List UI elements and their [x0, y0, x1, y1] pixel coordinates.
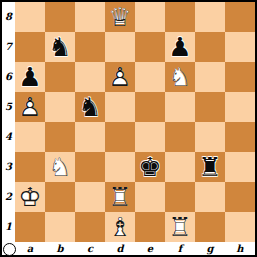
white-piece-outline-glyph: ♘ — [165, 62, 195, 92]
white-piece-outline-glyph: ♙ — [15, 92, 45, 122]
file-label-d: d — [105, 242, 135, 255]
piece-black-pawn-f7[interactable]: ♟ — [165, 32, 195, 62]
square-a8[interactable] — [15, 2, 45, 32]
square-e1[interactable] — [135, 212, 165, 242]
white-piece-outline-glyph: ♙ — [105, 62, 135, 92]
piece-black-king-e3[interactable]: ♚ — [135, 152, 165, 182]
square-c1[interactable] — [75, 212, 105, 242]
square-f1[interactable]: ♜♖ — [165, 212, 195, 242]
piece-white-king-a2[interactable]: ♚♔ — [15, 182, 45, 212]
square-f5[interactable] — [165, 92, 195, 122]
square-d6[interactable]: ♟♙ — [105, 62, 135, 92]
square-d4[interactable] — [105, 122, 135, 152]
square-f4[interactable] — [165, 122, 195, 152]
square-g6[interactable] — [195, 62, 225, 92]
square-e5[interactable] — [135, 92, 165, 122]
black-piece-glyph: ♟ — [15, 62, 45, 92]
square-d1[interactable]: ♝♗ — [105, 212, 135, 242]
square-a2[interactable]: ♚♔ — [15, 182, 45, 212]
piece-white-knight-f6[interactable]: ♞♘ — [165, 62, 195, 92]
piece-white-pawn-a5[interactable]: ♟♙ — [15, 92, 45, 122]
square-d3[interactable] — [105, 152, 135, 182]
piece-white-queen-d8[interactable]: ♛♕ — [105, 2, 135, 32]
square-f3[interactable] — [165, 152, 195, 182]
square-h4[interactable] — [225, 122, 255, 152]
square-b6[interactable] — [45, 62, 75, 92]
piece-white-bishop-d1[interactable]: ♝♗ — [105, 212, 135, 242]
file-label-b: b — [45, 242, 75, 255]
square-f8[interactable] — [165, 2, 195, 32]
square-d8[interactable]: ♛♕ — [105, 2, 135, 32]
chess-board[interactable]: ♛♕♞♟♟♟♙♞♘♟♙♞♞♘♚♜♚♔♜♖♝♗♜♖ — [15, 2, 255, 242]
square-b7[interactable]: ♞ — [45, 32, 75, 62]
rank-label-8: 8 — [2, 2, 15, 32]
square-a6[interactable]: ♟ — [15, 62, 45, 92]
square-a1[interactable] — [15, 212, 45, 242]
chess-diagram: 87654321 ♛♕♞♟♟♟♙♞♘♟♙♞♞♘♚♜♚♔♜♖♝♗♜♖ abcdef… — [0, 0, 257, 257]
square-e2[interactable] — [135, 182, 165, 212]
square-a5[interactable]: ♟♙ — [15, 92, 45, 122]
square-h8[interactable] — [225, 2, 255, 32]
square-b8[interactable] — [45, 2, 75, 32]
piece-black-knight-c5[interactable]: ♞ — [75, 92, 105, 122]
white-piece-outline-glyph: ♕ — [105, 2, 135, 32]
rank-label-5: 5 — [2, 92, 15, 122]
square-b2[interactable] — [45, 182, 75, 212]
piece-white-rook-f1[interactable]: ♜♖ — [165, 212, 195, 242]
square-b1[interactable] — [45, 212, 75, 242]
black-piece-glyph: ♜ — [195, 152, 225, 182]
piece-white-pawn-d6[interactable]: ♟♙ — [105, 62, 135, 92]
square-c8[interactable] — [75, 2, 105, 32]
white-piece-outline-glyph: ♖ — [165, 212, 195, 242]
square-h2[interactable] — [225, 182, 255, 212]
square-d2[interactable]: ♜♖ — [105, 182, 135, 212]
square-f7[interactable]: ♟ — [165, 32, 195, 62]
piece-white-rook-d2[interactable]: ♜♖ — [105, 182, 135, 212]
square-g5[interactable] — [195, 92, 225, 122]
square-c6[interactable] — [75, 62, 105, 92]
square-e7[interactable] — [135, 32, 165, 62]
rank-label-3: 3 — [2, 152, 15, 182]
square-c3[interactable] — [75, 152, 105, 182]
white-piece-outline-glyph: ♖ — [105, 182, 135, 212]
square-e4[interactable] — [135, 122, 165, 152]
square-g8[interactable] — [195, 2, 225, 32]
piece-black-knight-b7[interactable]: ♞ — [45, 32, 75, 62]
square-f2[interactable] — [165, 182, 195, 212]
square-h3[interactable] — [225, 152, 255, 182]
square-f6[interactable]: ♞♘ — [165, 62, 195, 92]
file-label-f: f — [165, 242, 195, 255]
side-to-move-corner — [2, 242, 15, 255]
rank-label-6: 6 — [2, 62, 15, 92]
rank-label-7: 7 — [2, 32, 15, 62]
file-labels: abcdefgh — [15, 242, 255, 255]
piece-black-pawn-a6[interactable]: ♟ — [15, 62, 45, 92]
square-c7[interactable] — [75, 32, 105, 62]
rank-label-4: 4 — [2, 122, 15, 152]
square-g2[interactable] — [195, 182, 225, 212]
file-label-h: h — [225, 242, 255, 255]
square-h5[interactable] — [225, 92, 255, 122]
square-c5[interactable]: ♞ — [75, 92, 105, 122]
square-h6[interactable] — [225, 62, 255, 92]
square-b3[interactable]: ♞♘ — [45, 152, 75, 182]
square-h7[interactable] — [225, 32, 255, 62]
square-g3[interactable]: ♜ — [195, 152, 225, 182]
white-to-move-indicator — [3, 243, 16, 256]
square-a7[interactable] — [15, 32, 45, 62]
black-piece-glyph: ♟ — [165, 32, 195, 62]
black-piece-glyph: ♚ — [135, 152, 165, 182]
file-label-a: a — [15, 242, 45, 255]
square-e8[interactable] — [135, 2, 165, 32]
rank-label-1: 1 — [2, 212, 15, 242]
square-c2[interactable] — [75, 182, 105, 212]
square-g4[interactable] — [195, 122, 225, 152]
square-c4[interactable] — [75, 122, 105, 152]
white-piece-outline-glyph: ♔ — [15, 182, 45, 212]
square-d5[interactable] — [105, 92, 135, 122]
black-piece-glyph: ♞ — [75, 92, 105, 122]
square-b4[interactable] — [45, 122, 75, 152]
square-e6[interactable] — [135, 62, 165, 92]
square-b5[interactable] — [45, 92, 75, 122]
rank-labels: 87654321 — [2, 2, 15, 242]
square-g7[interactable] — [195, 32, 225, 62]
piece-white-knight-b3[interactable]: ♞♘ — [45, 152, 75, 182]
square-g1[interactable] — [195, 212, 225, 242]
square-e3[interactable]: ♚ — [135, 152, 165, 182]
square-a3[interactable] — [15, 152, 45, 182]
black-piece-glyph: ♞ — [45, 32, 75, 62]
white-piece-outline-glyph: ♘ — [45, 152, 75, 182]
piece-black-rook-g3[interactable]: ♜ — [195, 152, 225, 182]
file-label-e: e — [135, 242, 165, 255]
square-a4[interactable] — [15, 122, 45, 152]
square-d7[interactable] — [105, 32, 135, 62]
file-label-c: c — [75, 242, 105, 255]
rank-label-2: 2 — [2, 182, 15, 212]
file-label-g: g — [195, 242, 225, 255]
white-piece-outline-glyph: ♗ — [105, 212, 135, 242]
square-h1[interactable] — [225, 212, 255, 242]
